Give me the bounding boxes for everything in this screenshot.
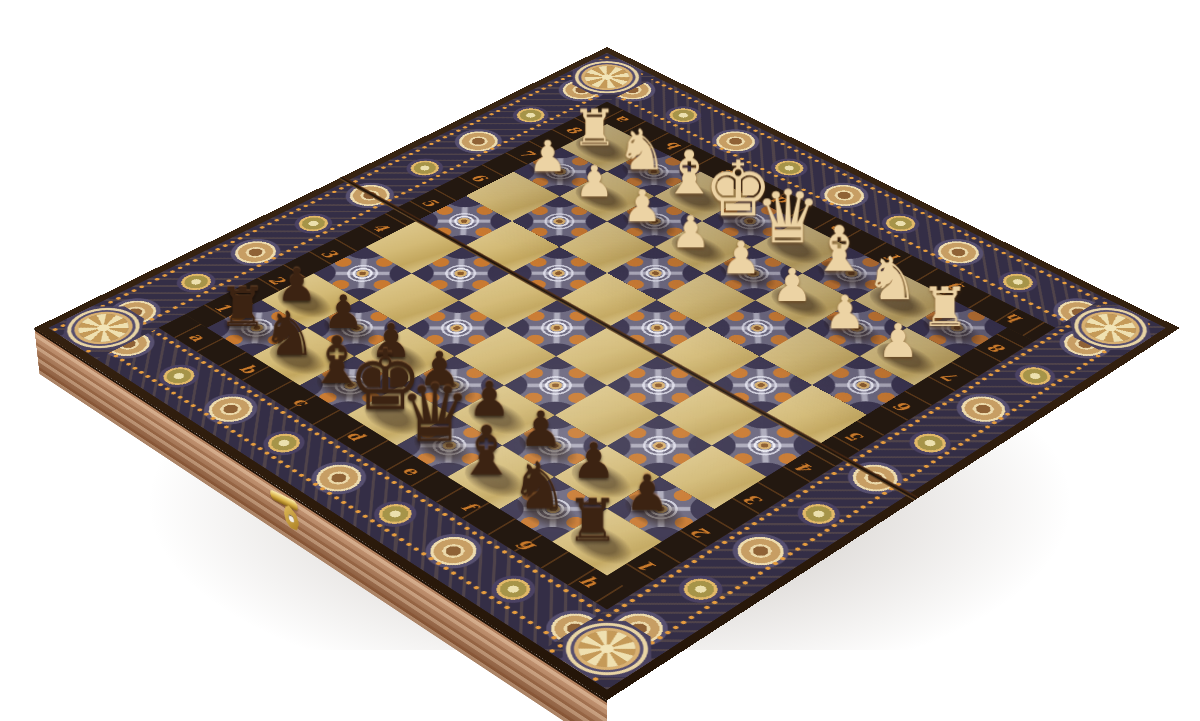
scene: abcdefgh abcdefgh 87654321 87654321 ♜♞♝♚… [0,0,1200,721]
piece-black-rook[interactable]: ♜ [554,491,632,550]
piece-white-pawn[interactable]: ♟ [863,317,935,364]
